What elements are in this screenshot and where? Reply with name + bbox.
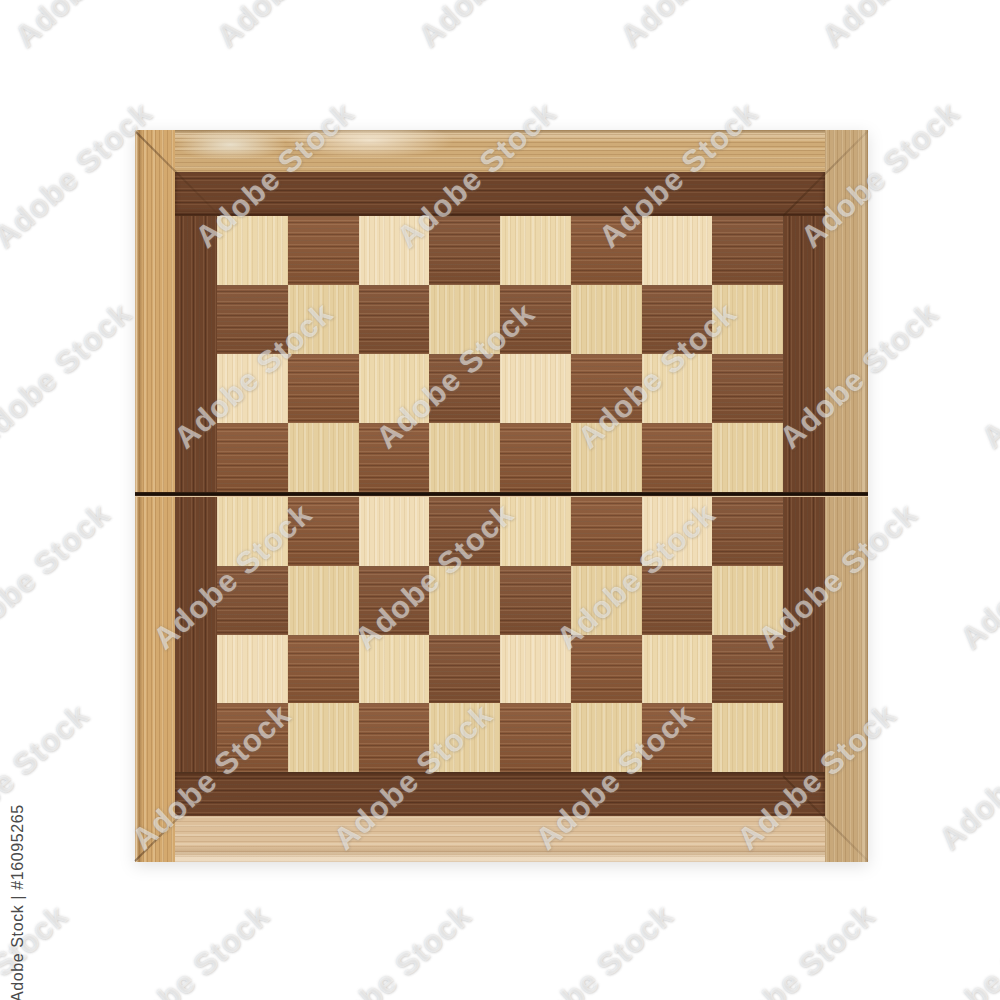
- square-g6[interactable]: [642, 354, 713, 423]
- square-a2[interactable]: [217, 635, 288, 704]
- square-h1[interactable]: [712, 703, 783, 772]
- square-d3[interactable]: [429, 566, 500, 635]
- walnut-frame-right-upper: [783, 172, 825, 492]
- square-a1[interactable]: [217, 703, 288, 772]
- oak-frame-left-lower: [135, 497, 175, 862]
- watermark-tile: Adobe Stock: [0, 295, 139, 456]
- square-g2[interactable]: [642, 635, 713, 704]
- square-e3[interactable]: [500, 566, 571, 635]
- watermark-tile: Adobe Stock: [210, 0, 383, 55]
- oak-frame-right-upper: [825, 130, 868, 492]
- watermark-tile: Adobe Stock: [8, 0, 181, 55]
- square-c7[interactable]: [359, 285, 430, 354]
- square-e7[interactable]: [500, 285, 571, 354]
- walnut-frame-right-lower: [783, 497, 825, 816]
- square-b2[interactable]: [288, 635, 359, 704]
- square-g1[interactable]: [642, 703, 713, 772]
- watermark-tile: Adobe Stock: [0, 496, 117, 657]
- stock-id-watermark: Adobe Stock | #16095265: [9, 804, 27, 1000]
- square-h2[interactable]: [712, 635, 783, 704]
- watermark-tile: Adobe Stock: [411, 0, 584, 55]
- square-e2[interactable]: [500, 635, 571, 704]
- square-b5[interactable]: [288, 423, 359, 492]
- oak-frame-top: [135, 130, 868, 172]
- square-e1[interactable]: [500, 703, 571, 772]
- chess-board: [135, 130, 868, 862]
- square-c5[interactable]: [359, 423, 430, 492]
- square-h4[interactable]: [712, 497, 783, 566]
- squares-ranks-4-to-1: [217, 497, 783, 772]
- square-a4[interactable]: [217, 497, 288, 566]
- square-f1[interactable]: [571, 703, 642, 772]
- square-e8[interactable]: [500, 216, 571, 285]
- square-f3[interactable]: [571, 566, 642, 635]
- square-c8[interactable]: [359, 216, 430, 285]
- square-a8[interactable]: [217, 216, 288, 285]
- square-d7[interactable]: [429, 285, 500, 354]
- square-d4[interactable]: [429, 497, 500, 566]
- square-b3[interactable]: [288, 566, 359, 635]
- square-f2[interactable]: [571, 635, 642, 704]
- square-a7[interactable]: [217, 285, 288, 354]
- square-g7[interactable]: [642, 285, 713, 354]
- watermark-tile: Adobe Stock: [306, 897, 479, 1000]
- square-e6[interactable]: [500, 354, 571, 423]
- square-f5[interactable]: [571, 423, 642, 492]
- square-d6[interactable]: [429, 354, 500, 423]
- walnut-frame-left-upper: [175, 172, 217, 492]
- watermark-tile: Adobe Stock: [953, 496, 1000, 657]
- square-b6[interactable]: [288, 354, 359, 423]
- watermark-tile: Adobe Stock: [613, 0, 786, 55]
- square-g8[interactable]: [642, 216, 713, 285]
- square-g3[interactable]: [642, 566, 713, 635]
- square-h8[interactable]: [712, 216, 783, 285]
- square-f4[interactable]: [571, 497, 642, 566]
- oak-frame-bottom: [135, 816, 868, 862]
- watermark-tile: Adobe Stock: [104, 897, 277, 1000]
- square-c3[interactable]: [359, 566, 430, 635]
- square-b7[interactable]: [288, 285, 359, 354]
- watermark-tile: Adobe Stock: [975, 295, 1000, 456]
- square-e4[interactable]: [500, 497, 571, 566]
- square-b1[interactable]: [288, 703, 359, 772]
- square-d8[interactable]: [429, 216, 500, 285]
- square-g5[interactable]: [642, 423, 713, 492]
- square-d5[interactable]: [429, 423, 500, 492]
- square-g4[interactable]: [642, 497, 713, 566]
- squares-ranks-8-to-5: [217, 216, 783, 492]
- square-c6[interactable]: [359, 354, 430, 423]
- watermark-tile: Adobe Stock: [709, 897, 882, 1000]
- square-a6[interactable]: [217, 354, 288, 423]
- square-f8[interactable]: [571, 216, 642, 285]
- square-h6[interactable]: [712, 354, 783, 423]
- oak-frame-left-upper: [135, 130, 175, 492]
- square-c4[interactable]: [359, 497, 430, 566]
- square-d2[interactable]: [429, 635, 500, 704]
- square-a3[interactable]: [217, 566, 288, 635]
- square-b4[interactable]: [288, 497, 359, 566]
- square-f6[interactable]: [571, 354, 642, 423]
- walnut-frame-bottom: [175, 772, 825, 816]
- walnut-frame-top: [175, 172, 825, 216]
- square-e5[interactable]: [500, 423, 571, 492]
- square-c2[interactable]: [359, 635, 430, 704]
- watermark-tile: Adobe Stock: [508, 897, 681, 1000]
- square-a5[interactable]: [217, 423, 288, 492]
- board-upper-half: [135, 130, 868, 492]
- watermark-tile: Adobe Stock: [911, 897, 1000, 1000]
- square-h3[interactable]: [712, 566, 783, 635]
- watermark-tile: Adobe Stock: [996, 94, 1000, 255]
- watermark-tile: Adobe Stock: [932, 697, 1000, 858]
- square-d1[interactable]: [429, 703, 500, 772]
- oak-frame-right-lower: [825, 497, 868, 862]
- square-f7[interactable]: [571, 285, 642, 354]
- square-h7[interactable]: [712, 285, 783, 354]
- board-lower-half: [135, 496, 868, 862]
- watermark-tile: Adobe Stock: [815, 0, 988, 55]
- square-h5[interactable]: [712, 423, 783, 492]
- square-b8[interactable]: [288, 216, 359, 285]
- square-c1[interactable]: [359, 703, 430, 772]
- walnut-frame-left-lower: [175, 497, 217, 816]
